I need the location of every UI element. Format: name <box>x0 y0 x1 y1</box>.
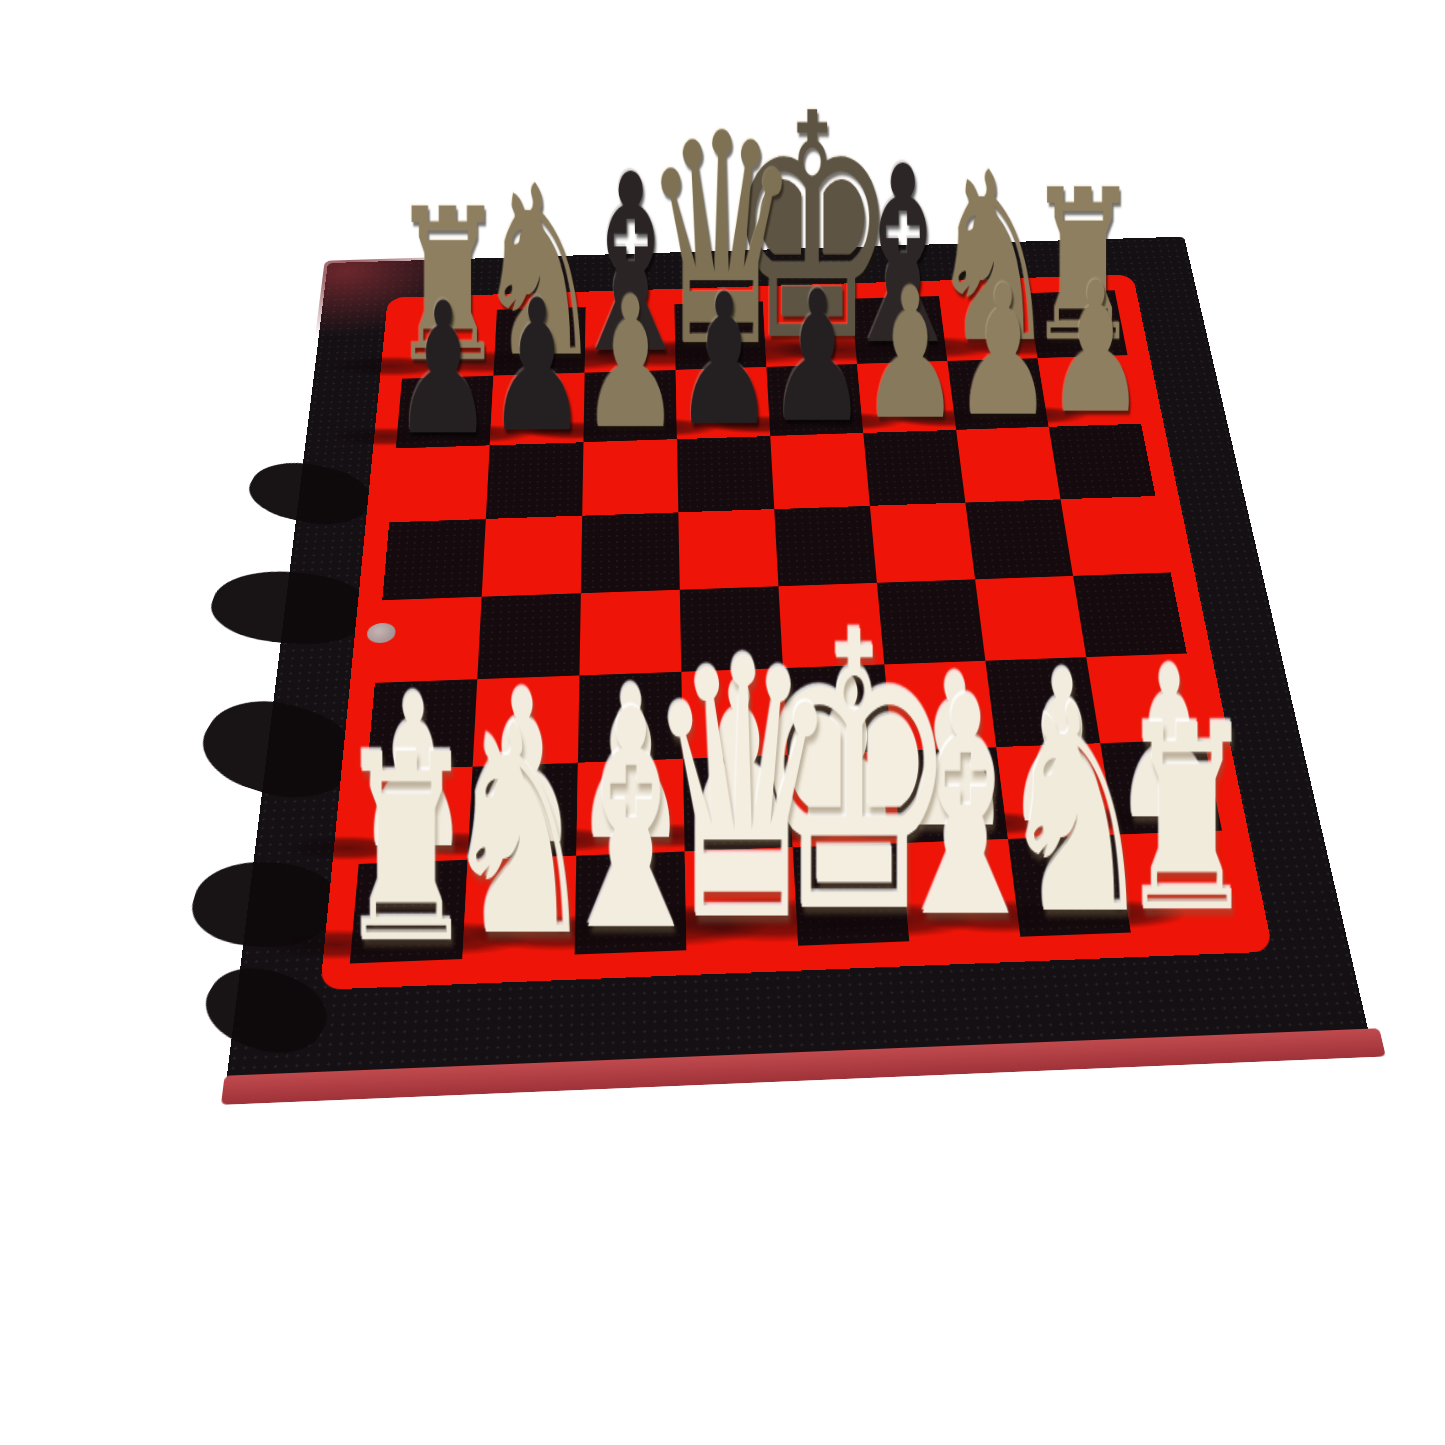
cast-shadow-left-5 <box>190 954 342 1067</box>
square-b5[interactable] <box>482 516 583 597</box>
square-h5[interactable] <box>1061 496 1171 576</box>
square-c7[interactable]: ♟ <box>583 370 677 442</box>
square-g6[interactable] <box>956 427 1060 503</box>
piece-black-pawn[interactable]: ♟ <box>580 278 680 450</box>
piece-black-pawn[interactable]: ♟ <box>487 281 587 453</box>
square-b7[interactable]: ♟ <box>490 373 585 446</box>
board-slab: ♜♞♝♛♚♝♞♜♟♟♟♟♟♟♟♟♟♟♟♟♟♟♟♟♜♞♝♛♚♝♞♜ <box>226 237 1369 1083</box>
cast-shadow-left-2 <box>200 565 380 652</box>
square-e7[interactable]: ♟ <box>766 364 863 436</box>
piece-white-rook[interactable]: ♜ <box>335 728 477 974</box>
square-b6[interactable] <box>486 442 584 519</box>
square-c5[interactable] <box>581 512 680 593</box>
square-d7[interactable]: ♟ <box>676 367 771 439</box>
square-a1[interactable]: ♜ <box>350 860 468 964</box>
cast-shadow-left-1 <box>237 454 381 534</box>
square-a5[interactable] <box>382 519 486 600</box>
square-e6[interactable] <box>770 433 870 509</box>
piece-black-pawn[interactable]: ♟ <box>953 266 1052 437</box>
piece-black-pawn[interactable]: ♟ <box>767 272 866 444</box>
square-g5[interactable] <box>965 499 1073 579</box>
square-f6[interactable] <box>863 430 965 506</box>
piece-black-pawn[interactable]: ♟ <box>674 275 774 447</box>
square-b1[interactable]: ♞ <box>462 856 576 959</box>
square-f7[interactable]: ♟ <box>857 361 956 433</box>
board-grid: ♜♞♝♛♚♝♞♜♟♟♟♟♟♟♟♟♟♟♟♟♟♟♟♟♜♞♝♛♚♝♞♜ <box>350 290 1242 963</box>
square-d6[interactable] <box>677 436 774 512</box>
piece-black-pawn[interactable]: ♟ <box>860 269 959 441</box>
square-c6[interactable] <box>582 439 678 515</box>
square-a7[interactable]: ♟ <box>396 376 494 449</box>
square-h6[interactable] <box>1049 424 1156 500</box>
piece-black-pawn[interactable]: ♟ <box>393 283 493 456</box>
square-g7[interactable]: ♟ <box>947 358 1048 430</box>
chess-board: ♜♞♝♛♚♝♞♜♟♟♟♟♟♟♟♟♟♟♟♟♟♟♟♟♜♞♝♛♚♝♞♜ <box>226 237 1369 1083</box>
piece-black-pawn[interactable]: ♟ <box>1046 263 1145 434</box>
board-edge-rim <box>221 1028 1386 1105</box>
board-playfield: ♜♞♝♛♚♝♞♜♟♟♟♟♟♟♟♟♟♟♟♟♟♟♟♟♜♞♝♛♚♝♞♜ <box>320 274 1273 989</box>
square-a6[interactable] <box>389 445 490 522</box>
photo-stage: ♜♞♝♛♚♝♞♜♟♟♟♟♟♟♟♟♟♟♟♟♟♟♟♟♜♞♝♛♚♝♞♜ <box>0 0 1445 1445</box>
square-h7[interactable]: ♟ <box>1038 355 1142 427</box>
